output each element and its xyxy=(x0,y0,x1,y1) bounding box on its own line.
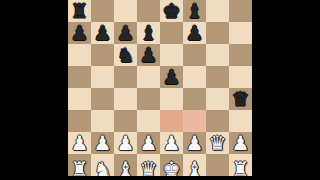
letterbox-bottom xyxy=(68,176,252,180)
square-f4[interactable] xyxy=(183,88,206,110)
letterbox-left xyxy=(0,0,68,180)
piece-white-bishop[interactable]: ♝ xyxy=(114,158,137,176)
square-d2[interactable]: ♟ xyxy=(137,132,160,154)
square-g1[interactable] xyxy=(206,154,229,176)
square-c7[interactable]: ♟ xyxy=(114,22,137,44)
piece-black-pawn[interactable]: ♟ xyxy=(160,66,183,88)
square-c6[interactable]: ♞ xyxy=(114,44,137,66)
square-c3[interactable] xyxy=(114,110,137,132)
square-b8[interactable] xyxy=(91,0,114,22)
piece-black-knight[interactable]: ♞ xyxy=(114,44,137,66)
square-f1[interactable]: ♝ xyxy=(183,154,206,176)
square-h5[interactable] xyxy=(229,66,252,88)
square-b4[interactable] xyxy=(91,88,114,110)
square-a5[interactable] xyxy=(68,66,91,88)
piece-black-pawn[interactable]: ♟ xyxy=(183,22,206,44)
piece-black-pawn[interactable]: ♟ xyxy=(114,22,137,44)
square-d3[interactable] xyxy=(137,110,160,132)
square-g6[interactable] xyxy=(206,44,229,66)
square-d8[interactable] xyxy=(137,0,160,22)
square-b5[interactable] xyxy=(91,66,114,88)
piece-black-pawn[interactable]: ♟ xyxy=(137,44,160,66)
letterbox-right xyxy=(252,0,320,180)
square-e7[interactable] xyxy=(160,22,183,44)
piece-white-knight[interactable]: ♞ xyxy=(91,158,114,176)
piece-black-bishop[interactable]: ♝ xyxy=(183,0,206,22)
square-f6[interactable] xyxy=(183,44,206,66)
square-d5[interactable] xyxy=(137,66,160,88)
piece-white-king[interactable]: ♚ xyxy=(160,158,183,176)
square-f3[interactable] xyxy=(183,110,206,132)
square-h6[interactable] xyxy=(229,44,252,66)
piece-black-king[interactable]: ♚ xyxy=(160,0,183,22)
piece-black-queen[interactable]: ♛ xyxy=(229,88,252,110)
square-h2[interactable]: ♟ xyxy=(229,132,252,154)
square-e5[interactable]: ♟ xyxy=(160,66,183,88)
square-c4[interactable] xyxy=(114,88,137,110)
square-h8[interactable] xyxy=(229,0,252,22)
square-e6[interactable] xyxy=(160,44,183,66)
square-a4[interactable] xyxy=(68,88,91,110)
piece-white-bishop[interactable]: ♝ xyxy=(183,158,206,176)
square-f2[interactable]: ♟ xyxy=(183,132,206,154)
piece-black-rook[interactable]: ♜ xyxy=(68,0,91,22)
square-g7[interactable] xyxy=(206,22,229,44)
piece-white-queen[interactable]: ♛ xyxy=(137,158,160,176)
square-a8[interactable]: ♜ xyxy=(68,0,91,22)
square-f5[interactable] xyxy=(183,66,206,88)
square-e8[interactable]: ♚ xyxy=(160,0,183,22)
piece-white-queen[interactable]: ♛ xyxy=(206,132,229,154)
piece-white-pawn[interactable]: ♟ xyxy=(183,132,206,154)
square-f8[interactable]: ♝ xyxy=(183,0,206,22)
square-g4[interactable] xyxy=(206,88,229,110)
square-b2[interactable]: ♟ xyxy=(91,132,114,154)
square-d6[interactable]: ♟ xyxy=(137,44,160,66)
square-h7[interactable] xyxy=(229,22,252,44)
piece-white-rook[interactable]: ♜ xyxy=(68,158,91,176)
square-g8[interactable] xyxy=(206,0,229,22)
square-g3[interactable] xyxy=(206,110,229,132)
piece-white-pawn[interactable]: ♟ xyxy=(229,132,252,154)
square-g5[interactable] xyxy=(206,66,229,88)
square-a1[interactable]: ♜ xyxy=(68,154,91,176)
square-e4[interactable] xyxy=(160,88,183,110)
square-a7[interactable]: ♟ xyxy=(68,22,91,44)
square-c1[interactable]: ♝ xyxy=(114,154,137,176)
chessboard[interactable]: ♜♚♝♟♟♟♝♟♞♟♟♛♟♟♟♟♟♟♛♟♜♞♝♛♚♝♜ xyxy=(68,0,252,176)
video-frame: ♜♚♝♟♟♟♝♟♞♟♟♛♟♟♟♟♟♟♛♟♜♞♝♛♚♝♜ xyxy=(0,0,320,180)
piece-white-pawn[interactable]: ♟ xyxy=(160,132,183,154)
square-d4[interactable] xyxy=(137,88,160,110)
square-b3[interactable] xyxy=(91,110,114,132)
piece-white-pawn[interactable]: ♟ xyxy=(114,132,137,154)
square-e1[interactable]: ♚ xyxy=(160,154,183,176)
piece-black-bishop[interactable]: ♝ xyxy=(137,22,160,44)
square-b1[interactable]: ♞ xyxy=(91,154,114,176)
square-a6[interactable] xyxy=(68,44,91,66)
piece-white-pawn[interactable]: ♟ xyxy=(68,132,91,154)
piece-white-pawn[interactable]: ♟ xyxy=(137,132,160,154)
piece-white-rook[interactable]: ♜ xyxy=(229,158,252,176)
piece-black-pawn[interactable]: ♟ xyxy=(68,22,91,44)
square-d7[interactable]: ♝ xyxy=(137,22,160,44)
square-c2[interactable]: ♟ xyxy=(114,132,137,154)
piece-white-pawn[interactable]: ♟ xyxy=(91,132,114,154)
square-h4[interactable]: ♛ xyxy=(229,88,252,110)
square-f7[interactable]: ♟ xyxy=(183,22,206,44)
square-h1[interactable]: ♜ xyxy=(229,154,252,176)
square-c5[interactable] xyxy=(114,66,137,88)
square-e3[interactable] xyxy=(160,110,183,132)
square-g2[interactable]: ♛ xyxy=(206,132,229,154)
square-c8[interactable] xyxy=(114,0,137,22)
square-b6[interactable] xyxy=(91,44,114,66)
square-d1[interactable]: ♛ xyxy=(137,154,160,176)
piece-black-pawn[interactable]: ♟ xyxy=(91,22,114,44)
square-a3[interactable] xyxy=(68,110,91,132)
square-b7[interactable]: ♟ xyxy=(91,22,114,44)
square-e2[interactable]: ♟ xyxy=(160,132,183,154)
square-a2[interactable]: ♟ xyxy=(68,132,91,154)
square-h3[interactable] xyxy=(229,110,252,132)
